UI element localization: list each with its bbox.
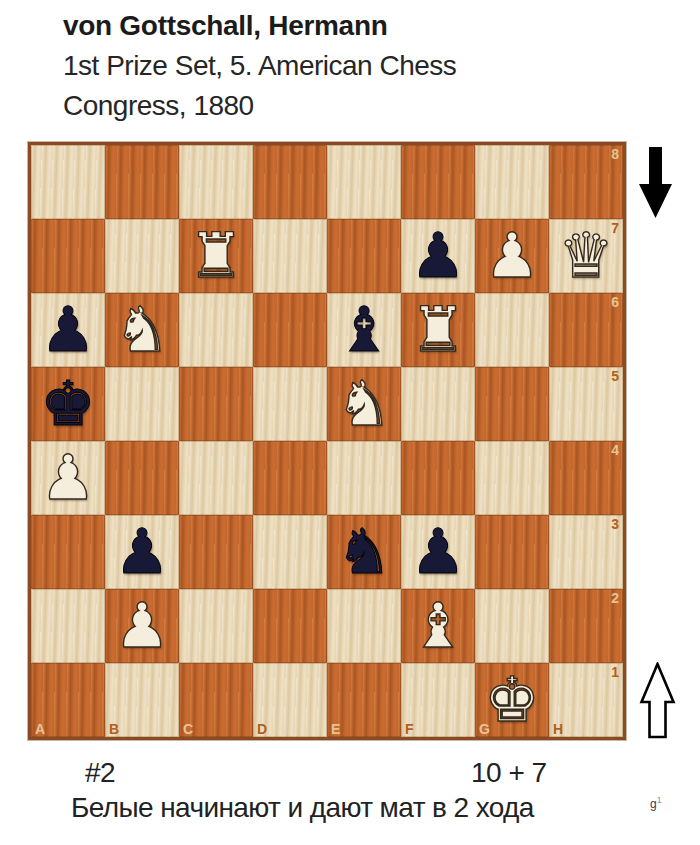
square-f3[interactable]: ♟ xyxy=(401,515,475,589)
square-b3[interactable]: ♟ xyxy=(105,515,179,589)
square-a3[interactable] xyxy=(31,515,105,589)
rank-label-1: 1 xyxy=(611,665,619,679)
square-e8[interactable] xyxy=(327,145,401,219)
square-e4[interactable] xyxy=(327,441,401,515)
square-a1[interactable]: A xyxy=(31,663,105,737)
square-e2[interactable] xyxy=(327,589,401,663)
piece-black-bishop[interactable]: ♝ xyxy=(327,293,401,367)
square-a8[interactable] xyxy=(31,145,105,219)
square-f5[interactable] xyxy=(401,367,475,441)
piece-white-bishop[interactable]: ♝ xyxy=(401,589,475,663)
header: von Gottschall, Hermann 1st Prize Set, 5… xyxy=(63,6,456,126)
rank-label-5: 5 xyxy=(611,369,619,383)
square-a7[interactable] xyxy=(31,219,105,293)
square-f8[interactable] xyxy=(401,145,475,219)
rank-label-2: 2 xyxy=(611,591,619,605)
square-h5[interactable]: 5 xyxy=(549,367,623,441)
piece-white-pawn[interactable]: ♟ xyxy=(31,441,105,515)
piece-white-queen[interactable]: ♛ xyxy=(549,219,623,293)
square-f7[interactable]: ♟ xyxy=(401,219,475,293)
square-h1[interactable]: H1 xyxy=(549,663,623,737)
white-up-arrow-icon xyxy=(639,662,676,739)
rank-label-6: 6 xyxy=(611,295,619,309)
rank-label-8: 8 xyxy=(611,147,619,161)
piece-white-pawn[interactable]: ♟ xyxy=(105,589,179,663)
file-label-f: F xyxy=(405,722,414,736)
square-g2[interactable] xyxy=(475,589,549,663)
piece-white-king[interactable]: ♚ xyxy=(475,663,549,737)
file-label-b: B xyxy=(109,722,119,736)
file-label-d: D xyxy=(257,722,267,736)
square-d7[interactable] xyxy=(253,219,327,293)
square-d4[interactable] xyxy=(253,441,327,515)
piece-white-rook[interactable]: ♜ xyxy=(401,293,475,367)
square-d2[interactable] xyxy=(253,589,327,663)
piece-white-rook[interactable]: ♜ xyxy=(179,219,253,293)
square-a6[interactable]: ♟ xyxy=(31,293,105,367)
square-b6[interactable]: ♞ xyxy=(105,293,179,367)
square-b8[interactable] xyxy=(105,145,179,219)
square-g8[interactable] xyxy=(475,145,549,219)
file-label-c: C xyxy=(183,722,193,736)
source-line-2: Congress, 1880 xyxy=(63,86,456,126)
rank-label-3: 3 xyxy=(611,517,619,531)
square-d5[interactable] xyxy=(253,367,327,441)
square-a5[interactable]: ♚ xyxy=(31,367,105,441)
square-f1[interactable]: F xyxy=(401,663,475,737)
square-b7[interactable] xyxy=(105,219,179,293)
square-f2[interactable]: ♝ xyxy=(401,589,475,663)
black-down-arrow-icon xyxy=(639,147,672,218)
square-d1[interactable]: D xyxy=(253,663,327,737)
rank-label-4: 4 xyxy=(611,443,619,457)
piece-black-pawn[interactable]: ♟ xyxy=(401,515,475,589)
square-e7[interactable] xyxy=(327,219,401,293)
piece-black-pawn[interactable]: ♟ xyxy=(105,515,179,589)
chess-board: 8♜♟♟7♛♟♞♝♜6♚♞5♟4♟♞♟3♟♝2ABCDEFG♚H1 xyxy=(28,142,626,740)
piece-white-knight[interactable]: ♞ xyxy=(327,367,401,441)
square-g7[interactable]: ♟ xyxy=(475,219,549,293)
square-e6[interactable]: ♝ xyxy=(327,293,401,367)
square-h3[interactable]: 3 xyxy=(549,515,623,589)
file-label-a: A xyxy=(35,722,45,736)
file-label-e: E xyxy=(331,722,340,736)
square-c7[interactable]: ♜ xyxy=(179,219,253,293)
piece-black-king[interactable]: ♚ xyxy=(31,367,105,441)
page: von Gottschall, Hermann 1st Prize Set, 5… xyxy=(0,0,700,845)
piece-black-knight[interactable]: ♞ xyxy=(327,515,401,589)
stipulation-text: #2 xyxy=(85,757,115,789)
square-f4[interactable] xyxy=(401,441,475,515)
piece-white-pawn[interactable]: ♟ xyxy=(475,219,549,293)
square-b1[interactable]: B xyxy=(105,663,179,737)
square-g6[interactable] xyxy=(475,293,549,367)
square-a2[interactable] xyxy=(31,589,105,663)
square-b4[interactable] xyxy=(105,441,179,515)
square-b5[interactable] xyxy=(105,367,179,441)
square-d3[interactable] xyxy=(253,515,327,589)
square-d6[interactable] xyxy=(253,293,327,367)
square-g4[interactable] xyxy=(475,441,549,515)
square-c5[interactable] xyxy=(179,367,253,441)
material-count: 10 + 7 xyxy=(471,757,547,789)
square-c4[interactable] xyxy=(179,441,253,515)
square-d8[interactable] xyxy=(253,145,327,219)
square-h8[interactable]: 8 xyxy=(549,145,623,219)
square-h4[interactable]: 4 xyxy=(549,441,623,515)
file-label-h: H xyxy=(553,722,563,736)
square-h7[interactable]: 7♛ xyxy=(549,219,623,293)
square-h6[interactable]: 6 xyxy=(549,293,623,367)
square-e1[interactable]: E xyxy=(327,663,401,737)
square-c3[interactable] xyxy=(179,515,253,589)
composer-name: von Gottschall, Hermann xyxy=(63,6,456,46)
square-a4[interactable]: ♟ xyxy=(31,441,105,515)
square-c2[interactable] xyxy=(179,589,253,663)
square-g3[interactable] xyxy=(475,515,549,589)
square-c8[interactable] xyxy=(179,145,253,219)
piece-white-knight[interactable]: ♞ xyxy=(105,293,179,367)
instruction-text: Белые начинают и дают мат в 2 хода xyxy=(71,792,534,824)
square-g1[interactable]: G♚ xyxy=(475,663,549,737)
piece-black-pawn[interactable]: ♟ xyxy=(31,293,105,367)
square-g5[interactable] xyxy=(475,367,549,441)
square-f6[interactable]: ♜ xyxy=(401,293,475,367)
footnote: g1 xyxy=(650,795,662,811)
square-c1[interactable]: C xyxy=(179,663,253,737)
square-h2[interactable]: 2 xyxy=(549,589,623,663)
square-e3[interactable]: ♞ xyxy=(327,515,401,589)
square-c6[interactable] xyxy=(179,293,253,367)
source-line-1: 1st Prize Set, 5. American Chess xyxy=(63,46,456,86)
square-e5[interactable]: ♞ xyxy=(327,367,401,441)
piece-black-pawn[interactable]: ♟ xyxy=(401,219,475,293)
square-b2[interactable]: ♟ xyxy=(105,589,179,663)
